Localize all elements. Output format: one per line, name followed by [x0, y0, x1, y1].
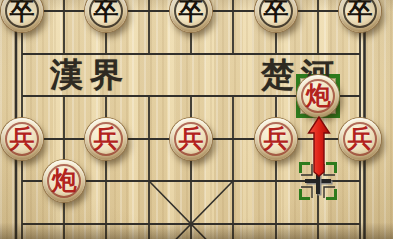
piece-character: 兵 — [85, 118, 127, 160]
bracket-corner-icon — [326, 162, 337, 173]
piece-character: 卒 — [339, 0, 381, 32]
piece-character: 兵 — [255, 118, 297, 160]
piece-character: 兵 — [1, 118, 43, 160]
bracket-corner-icon — [299, 162, 310, 173]
piece-character: 炮 — [43, 160, 85, 202]
piece-red-兵-f9r7[interactable]: 兵 — [339, 118, 381, 160]
piece-red-兵-f1r7[interactable]: 兵 — [1, 118, 43, 160]
piece-red-炮-f2r8[interactable]: 炮 — [43, 160, 85, 202]
piece-character: 卒 — [255, 0, 297, 32]
piece-red-兵-f5r7[interactable]: 兵 — [170, 118, 212, 160]
piece-black-卒-f7r4[interactable]: 卒 — [255, 0, 297, 32]
piece-character: 卒 — [170, 0, 212, 32]
piece-character: 卒 — [1, 0, 43, 32]
piece-black-卒-f5r4[interactable]: 卒 — [170, 0, 212, 32]
piece-red-炮-f8r6[interactable]: 炮 — [297, 75, 339, 117]
piece-black-卒-f9r4[interactable]: 卒 — [339, 0, 381, 32]
piece-red-兵-f7r7[interactable]: 兵 — [255, 118, 297, 160]
crosshair-icon — [316, 168, 320, 194]
piece-character: 卒 — [85, 0, 127, 32]
bracket-corner-icon — [326, 189, 337, 200]
piece-character: 炮 — [297, 75, 339, 117]
piece-black-卒-f1r4[interactable]: 卒 — [1, 0, 43, 32]
piece-red-兵-f3r7[interactable]: 兵 — [85, 118, 127, 160]
xiangqi-board[interactable]: 漢界 楚河 卒卒卒卒卒兵兵兵兵炮兵炮 — [0, 0, 393, 239]
piece-character: 兵 — [170, 118, 212, 160]
bracket-corner-icon — [299, 189, 310, 200]
piece-character: 兵 — [339, 118, 381, 160]
move-origin-crosshair — [299, 162, 337, 200]
piece-black-卒-f3r4[interactable]: 卒 — [85, 0, 127, 32]
